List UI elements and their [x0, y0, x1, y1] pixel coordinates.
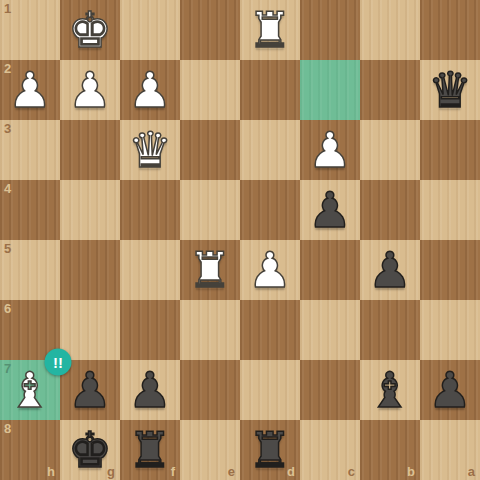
- square-f2[interactable]: ♟: [120, 60, 180, 120]
- square-d3[interactable]: [240, 120, 300, 180]
- square-b6[interactable]: [360, 300, 420, 360]
- square-c4[interactable]: ♟: [300, 180, 360, 240]
- square-a7[interactable]: ♟: [420, 360, 480, 420]
- square-e3[interactable]: [180, 120, 240, 180]
- piece-black-pawn[interactable]: ♟: [128, 366, 172, 415]
- piece-black-pawn[interactable]: ♟: [428, 366, 472, 415]
- square-b2[interactable]: [360, 60, 420, 120]
- piece-white-pawn[interactable]: ♟: [308, 126, 352, 175]
- rank-label-1: 1: [4, 2, 11, 15]
- square-b1[interactable]: [360, 0, 420, 60]
- file-label-c: c: [348, 465, 355, 478]
- square-d8[interactable]: d♜: [240, 420, 300, 480]
- piece-white-rook[interactable]: ♜: [248, 6, 292, 55]
- square-a6[interactable]: [420, 300, 480, 360]
- square-c6[interactable]: [300, 300, 360, 360]
- square-e4[interactable]: [180, 180, 240, 240]
- piece-black-bishop[interactable]: ♝: [368, 366, 412, 415]
- square-b3[interactable]: [360, 120, 420, 180]
- piece-white-rook[interactable]: ♜: [188, 246, 232, 295]
- square-h3[interactable]: 3: [0, 120, 60, 180]
- piece-black-rook[interactable]: ♜: [248, 426, 292, 475]
- square-g2[interactable]: ♟: [60, 60, 120, 120]
- square-f1[interactable]: [120, 0, 180, 60]
- file-label-a: a: [468, 465, 475, 478]
- piece-white-bishop[interactable]: ♝: [8, 366, 52, 415]
- square-c2[interactable]: [300, 60, 360, 120]
- square-a8[interactable]: a: [420, 420, 480, 480]
- square-a5[interactable]: [420, 240, 480, 300]
- square-e6[interactable]: [180, 300, 240, 360]
- square-e8[interactable]: e: [180, 420, 240, 480]
- square-d4[interactable]: [240, 180, 300, 240]
- square-c7[interactable]: [300, 360, 360, 420]
- square-h4[interactable]: 4: [0, 180, 60, 240]
- square-b8[interactable]: b: [360, 420, 420, 480]
- file-label-b: b: [407, 465, 415, 478]
- square-d1[interactable]: ♜: [240, 0, 300, 60]
- square-g8[interactable]: g♚: [60, 420, 120, 480]
- piece-black-pawn[interactable]: ♟: [368, 246, 412, 295]
- square-d6[interactable]: [240, 300, 300, 360]
- file-label-h: h: [47, 465, 55, 478]
- square-h1[interactable]: 1: [0, 0, 60, 60]
- square-f6[interactable]: [120, 300, 180, 360]
- square-d5[interactable]: ♟: [240, 240, 300, 300]
- rank-label-4: 4: [4, 182, 11, 195]
- square-c8[interactable]: c: [300, 420, 360, 480]
- square-g5[interactable]: [60, 240, 120, 300]
- rank-label-8: 8: [4, 422, 11, 435]
- square-g3[interactable]: [60, 120, 120, 180]
- square-a2[interactable]: ♛: [420, 60, 480, 120]
- piece-black-queen[interactable]: ♛: [428, 66, 472, 115]
- rank-label-5: 5: [4, 242, 11, 255]
- square-d2[interactable]: [240, 60, 300, 120]
- square-e1[interactable]: [180, 0, 240, 60]
- rank-label-3: 3: [4, 122, 11, 135]
- square-e7[interactable]: [180, 360, 240, 420]
- piece-white-king[interactable]: ♚: [68, 6, 112, 55]
- square-f5[interactable]: [120, 240, 180, 300]
- square-h2[interactable]: 2♟: [0, 60, 60, 120]
- square-g1[interactable]: ♚: [60, 0, 120, 60]
- square-c1[interactable]: [300, 0, 360, 60]
- piece-black-pawn[interactable]: ♟: [308, 186, 352, 235]
- square-a3[interactable]: [420, 120, 480, 180]
- square-g4[interactable]: [60, 180, 120, 240]
- square-f8[interactable]: f♜: [120, 420, 180, 480]
- piece-black-king[interactable]: ♚: [68, 426, 112, 475]
- piece-black-pawn[interactable]: ♟: [68, 366, 112, 415]
- file-label-e: e: [228, 465, 235, 478]
- square-h8[interactable]: 8h: [0, 420, 60, 480]
- square-e2[interactable]: [180, 60, 240, 120]
- rank-label-6: 6: [4, 302, 11, 315]
- square-a1[interactable]: [420, 0, 480, 60]
- square-c5[interactable]: [300, 240, 360, 300]
- piece-white-pawn[interactable]: ♟: [248, 246, 292, 295]
- square-f7[interactable]: ♟: [120, 360, 180, 420]
- square-b7[interactable]: ♝: [360, 360, 420, 420]
- piece-white-queen[interactable]: ♛: [128, 126, 172, 175]
- square-h5[interactable]: 5: [0, 240, 60, 300]
- square-b5[interactable]: ♟: [360, 240, 420, 300]
- square-d7[interactable]: [240, 360, 300, 420]
- square-f3[interactable]: ♛: [120, 120, 180, 180]
- square-e5[interactable]: ♜: [180, 240, 240, 300]
- piece-white-pawn[interactable]: ♟: [68, 66, 112, 115]
- piece-white-pawn[interactable]: ♟: [8, 66, 52, 115]
- piece-black-rook[interactable]: ♜: [128, 426, 172, 475]
- chess-board: 1♚♜2♟♟♟♛3♛♟4♟5♜♟♟67♝♟♟♝♟8hg♚f♜ed♜cba!!: [0, 0, 480, 480]
- piece-white-pawn[interactable]: ♟: [128, 66, 172, 115]
- square-g6[interactable]: [60, 300, 120, 360]
- square-f4[interactable]: [120, 180, 180, 240]
- square-c3[interactable]: ♟: [300, 120, 360, 180]
- brilliant-move-badge: !!: [45, 349, 72, 376]
- square-a4[interactable]: [420, 180, 480, 240]
- square-b4[interactable]: [360, 180, 420, 240]
